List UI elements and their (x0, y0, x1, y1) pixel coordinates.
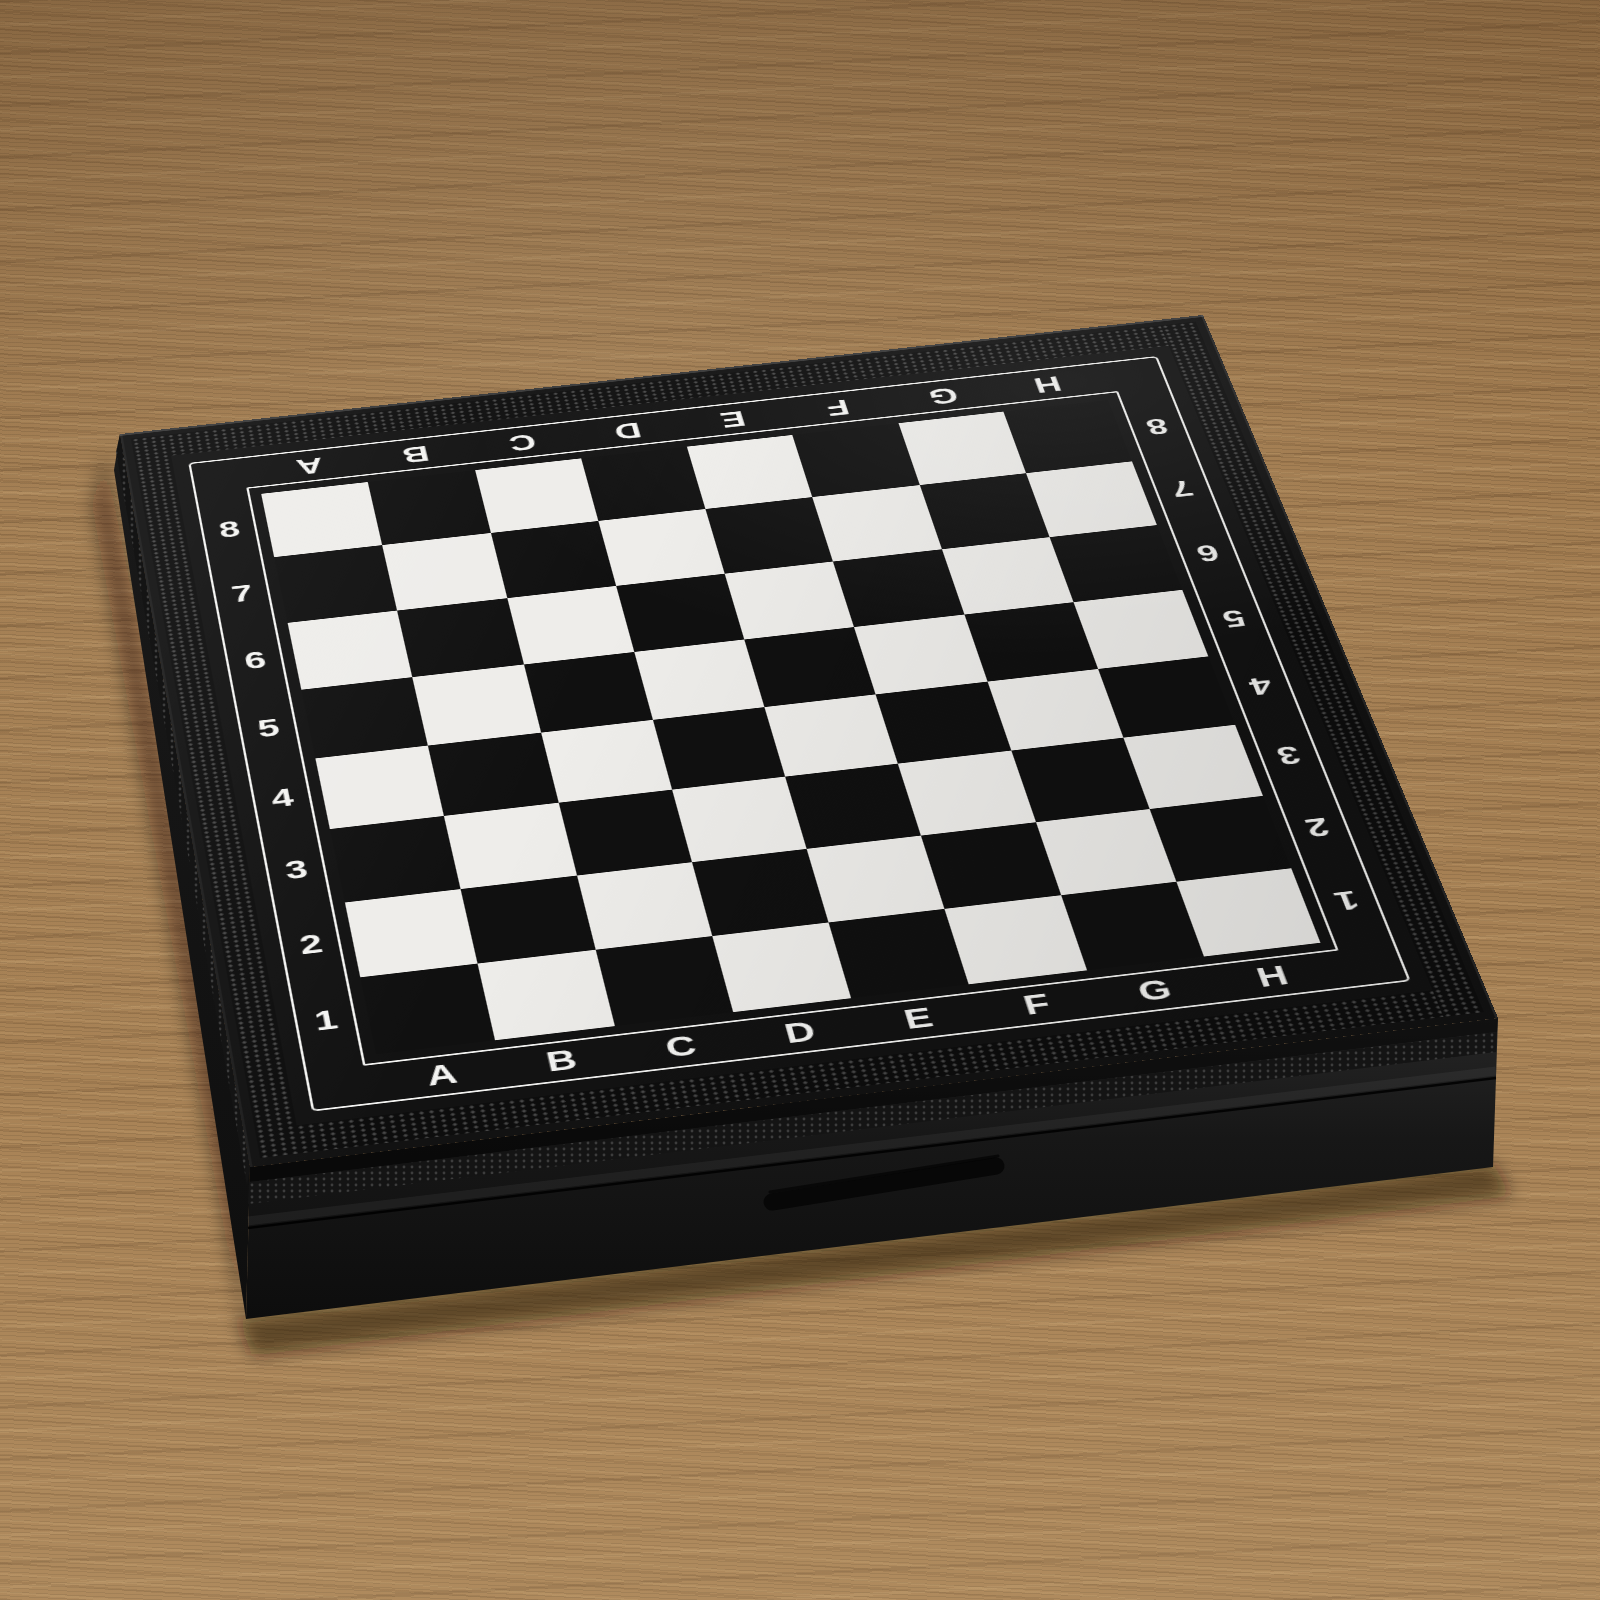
square-a4 (315, 746, 444, 830)
square-b2 (461, 875, 595, 963)
square-a8 (261, 482, 382, 557)
square-d8 (581, 447, 706, 521)
square-e3 (785, 764, 921, 849)
rank-label-left-4: 4 (244, 780, 320, 816)
rank-label-left-7: 7 (206, 577, 279, 610)
square-a6 (288, 610, 413, 689)
square-c1 (595, 936, 733, 1026)
file-label-bottom-g: G (1113, 971, 1197, 1010)
rank-label-right-3: 3 (1248, 737, 1329, 773)
rank-label-left-1: 1 (286, 1001, 366, 1040)
rank-label-right-5: 5 (1195, 601, 1274, 635)
file-label-bottom-d: D (759, 1013, 842, 1053)
file-label-top-g: G (906, 380, 980, 411)
square-h7 (1026, 462, 1157, 537)
square-d2 (692, 848, 829, 935)
square-d5 (634, 639, 764, 720)
rank-label-right-4: 4 (1221, 668, 1301, 703)
file-label-top-h: H (1010, 369, 1084, 400)
square-e2 (807, 835, 945, 922)
square-h3 (1123, 725, 1263, 809)
rank-label-right-2: 2 (1276, 808, 1359, 845)
rank-label-left-5: 5 (231, 711, 306, 746)
square-h2 (1149, 795, 1291, 881)
file-label-bottom-h: H (1230, 957, 1315, 996)
square-e7 (705, 497, 833, 573)
file-label-top-a: A (274, 450, 346, 482)
file-label-bottom-c: C (640, 1027, 722, 1067)
rank-label-left-2: 2 (272, 925, 351, 963)
square-d7 (598, 509, 724, 585)
square-h5 (1073, 590, 1208, 669)
square-e5 (744, 627, 876, 707)
square-e1 (828, 909, 968, 999)
file-label-top-e: E (697, 404, 770, 435)
square-c8 (475, 458, 598, 533)
square-e6 (725, 561, 855, 639)
rank-label-left-8: 8 (194, 513, 266, 546)
rank-label-right-1: 1 (1305, 881, 1389, 919)
square-b4 (428, 733, 558, 816)
square-c3 (558, 790, 691, 875)
product-photo-scene: ABCDEFGHABCDEFGH8765432187654321 (0, 0, 1600, 1600)
square-a1 (360, 963, 495, 1054)
square-e4 (764, 694, 898, 776)
square-f7 (813, 485, 942, 561)
square-a3 (330, 816, 461, 902)
file-label-bottom-a: A (401, 1055, 483, 1095)
square-d6 (616, 573, 744, 651)
square-a2 (345, 889, 478, 977)
file-label-top-b: B (380, 438, 452, 470)
square-f8 (793, 423, 920, 497)
square-b5 (412, 664, 540, 745)
square-b8 (368, 470, 490, 545)
file-label-top-f: F (802, 392, 875, 423)
square-c5 (523, 652, 652, 733)
file-label-bottom-e: E (877, 999, 960, 1038)
square-b3 (444, 803, 576, 889)
file-label-bottom-f: F (995, 985, 1079, 1024)
square-c4 (541, 720, 672, 803)
square-h8 (1003, 400, 1132, 473)
square-d3 (672, 777, 807, 862)
rank-label-right-8: 8 (1120, 411, 1195, 443)
file-label-top-d: D (591, 415, 664, 446)
square-h4 (1098, 656, 1235, 737)
rank-label-right-6: 6 (1169, 536, 1247, 569)
square-a5 (301, 677, 428, 758)
square-h6 (1049, 525, 1182, 602)
square-b7 (382, 533, 506, 610)
file-label-top-c: C (486, 427, 558, 459)
square-c6 (507, 586, 634, 665)
square-c2 (576, 862, 712, 950)
square-c7 (490, 521, 615, 598)
rank-label-left-6: 6 (218, 643, 292, 677)
file-label-bottom-b: B (521, 1041, 603, 1081)
square-b6 (397, 598, 523, 677)
square-e8 (687, 435, 813, 509)
square-f6 (833, 549, 964, 627)
square-a7 (274, 545, 397, 622)
rank-label-right-7: 7 (1144, 473, 1220, 505)
square-d1 (712, 922, 851, 1012)
square-d4 (653, 707, 786, 790)
rank-label-left-3: 3 (258, 852, 336, 889)
square-b1 (478, 950, 614, 1041)
